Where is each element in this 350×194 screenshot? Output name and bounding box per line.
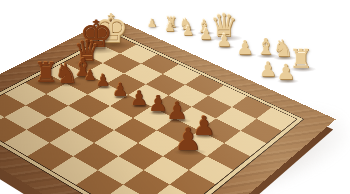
light-pawn: ♟ (277, 62, 296, 83)
light-pawn: ♟ (147, 18, 157, 29)
dark-pawn: ♟ (166, 99, 188, 123)
dark-knight: ♞ (54, 60, 78, 87)
light-pawn: ♟ (236, 38, 253, 57)
light-pawn: ♟ (259, 59, 277, 79)
dark-pawn: ♟ (148, 93, 168, 115)
chess-set-product-photo: ♜♟♞♟♝♟♛♟♚♟♚♟♝♞♛♜♝♟♟♟♜♞♟♟♟♟♟♟♟ (0, 0, 350, 194)
light-pawn: ♟ (165, 21, 176, 33)
pieces-layer: ♜♟♞♟♝♟♛♟♚♟♚♟♝♞♛♜♝♟♟♟♜♞♟♟♟♟♟♟♟ (0, 0, 350, 194)
dark-pawn: ♟ (96, 73, 110, 89)
light-pawn: ♟ (216, 32, 231, 49)
dark-pawn: ♟ (174, 124, 202, 155)
dark-pawn: ♟ (112, 81, 128, 99)
dark-pawn: ♟ (130, 88, 148, 108)
dark-pawn: ♟ (84, 68, 97, 82)
light-pawn: ♟ (199, 27, 212, 42)
light-pawn: ♟ (182, 24, 194, 37)
